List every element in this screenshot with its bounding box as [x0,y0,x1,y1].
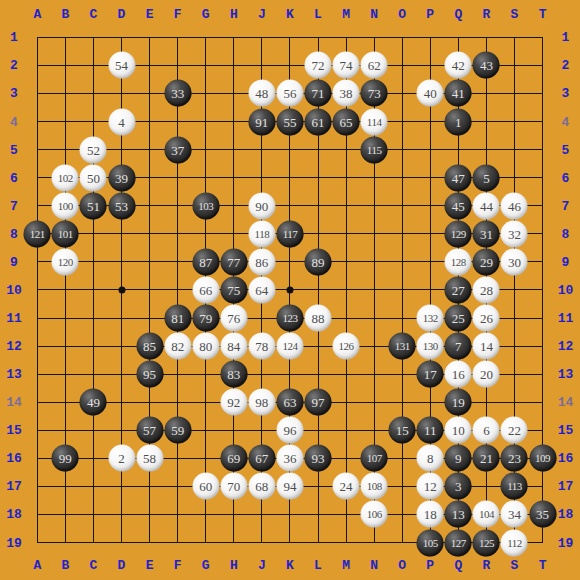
move-number: 73 [368,87,381,100]
stone-black-51-C7: 51 [80,192,107,219]
stone-white-46-S7: 46 [501,192,528,219]
bottom-column-label-F: F [174,559,182,572]
stone-black-67-J16: 67 [248,445,275,472]
stone-black-101-B8: 101 [52,220,79,247]
stone-white-70-H17: 70 [220,473,247,500]
left-row-label-8: 8 [10,227,18,240]
left-row-label-17: 17 [6,480,22,493]
right-row-label-15: 15 [558,424,574,437]
move-number: 59 [171,424,184,437]
move-number: 86 [255,255,268,268]
move-number: 4 [118,115,125,128]
bottom-column-label-H: H [230,559,238,572]
stone-black-17-P13: 17 [417,361,444,388]
star-point-K10 [286,286,293,293]
stone-white-114-N4: 114 [361,108,388,135]
left-row-label-10: 10 [6,283,22,296]
stone-black-83-H13: 83 [220,361,247,388]
top-column-label-B: B [61,7,69,20]
left-row-label-14: 14 [6,396,22,409]
left-row-label-2: 2 [10,59,18,72]
stone-white-6-R15: 6 [473,417,500,444]
move-number: 130 [423,341,438,352]
right-row-label-8: 8 [562,227,570,240]
move-number: 98 [255,396,268,409]
move-number: 101 [58,228,73,239]
move-number: 129 [451,228,466,239]
right-row-label-11: 11 [558,312,574,325]
move-number: 41 [452,87,465,100]
stone-black-21-R16: 21 [473,445,500,472]
move-number: 109 [535,453,550,464]
move-number: 36 [283,452,296,465]
move-number: 105 [423,537,438,548]
stone-white-102-B6: 102 [52,164,79,191]
move-number: 40 [424,87,437,100]
stone-black-11-P15: 11 [417,417,444,444]
stone-black-91-J4: 91 [248,108,275,135]
move-number: 90 [255,199,268,212]
stone-white-130-P12: 130 [417,333,444,360]
stone-black-37-F5: 37 [164,136,191,163]
move-number: 83 [227,368,240,381]
stone-white-92-H14: 92 [220,389,247,416]
move-number: 106 [367,509,382,520]
bottom-column-label-T: T [539,559,547,572]
right-row-label-16: 16 [558,452,574,465]
bottom-column-label-G: G [202,559,210,572]
move-number: 99 [59,452,72,465]
move-number: 64 [255,283,268,296]
left-row-label-4: 4 [10,115,18,128]
left-row-label-12: 12 [6,340,22,353]
move-number: 88 [312,312,325,325]
stone-white-100-B7: 100 [52,192,79,219]
stone-white-76-H11: 76 [220,305,247,332]
stone-white-96-K15: 96 [276,417,303,444]
stone-white-132-P11: 132 [417,305,444,332]
stone-black-5-R6: 5 [473,164,500,191]
left-row-label-5: 5 [10,143,18,156]
stone-white-38-M3: 38 [333,80,360,107]
stone-white-26-R11: 26 [473,305,500,332]
move-number: 29 [480,255,493,268]
move-number: 76 [227,312,240,325]
move-number: 127 [451,537,466,548]
move-number: 26 [480,312,493,325]
move-number: 74 [340,59,353,72]
move-number: 107 [367,453,382,464]
move-number: 14 [480,340,493,353]
move-number: 70 [227,480,240,493]
stone-black-75-H10: 75 [220,276,247,303]
move-number: 44 [480,199,493,212]
stone-white-42-Q2: 42 [445,52,472,79]
left-row-label-11: 11 [6,312,22,325]
bottom-column-label-K: K [286,559,294,572]
move-number: 1 [455,115,462,128]
stone-black-103-G7: 103 [192,192,219,219]
right-row-label-9: 9 [562,255,570,268]
right-row-label-19: 19 [558,536,574,549]
stone-black-123-K11: 123 [276,305,303,332]
move-number: 132 [423,313,438,324]
stone-black-131-O12: 131 [389,333,416,360]
stone-black-31-R8: 31 [473,220,500,247]
right-row-label-6: 6 [562,171,570,184]
stone-white-14-R12: 14 [473,333,500,360]
move-number: 30 [508,255,521,268]
move-number: 17 [424,368,437,381]
stone-black-77-H9: 77 [220,248,247,275]
stone-white-84-H12: 84 [220,333,247,360]
move-number: 33 [171,87,184,100]
move-number: 25 [452,312,465,325]
move-number: 21 [480,452,493,465]
move-number: 2 [118,452,125,465]
move-number: 49 [87,396,100,409]
stone-black-95-E13: 95 [136,361,163,388]
stone-white-18-P18: 18 [417,501,444,528]
right-row-label-13: 13 [558,368,574,381]
right-row-label-18: 18 [558,508,574,521]
move-number: 69 [227,452,240,465]
move-number: 87 [199,255,212,268]
star-point-D10 [118,286,125,293]
stone-black-89-L9: 89 [305,248,332,275]
move-number: 60 [199,480,212,493]
move-number: 113 [507,481,522,492]
stone-white-4-D4: 4 [108,108,135,135]
move-number: 5 [483,171,490,184]
move-number: 23 [508,452,521,465]
move-number: 124 [282,341,297,352]
right-row-label-4: 4 [562,115,570,128]
right-row-label-3: 3 [562,87,570,100]
stone-white-80-G12: 80 [192,333,219,360]
move-number: 108 [367,481,382,492]
move-number: 125 [479,537,494,548]
left-row-label-16: 16 [6,452,22,465]
stone-white-58-E16: 58 [136,445,163,472]
stone-black-1-Q4: 1 [445,108,472,135]
stone-white-74-M2: 74 [333,52,360,79]
stone-white-68-J17: 68 [248,473,275,500]
stone-black-113-S17: 113 [501,473,528,500]
move-number: 54 [115,59,128,72]
move-number: 16 [452,368,465,381]
stone-black-19-Q14: 19 [445,389,472,416]
stone-black-69-H16: 69 [220,445,247,472]
move-number: 20 [480,368,493,381]
move-number: 9 [455,452,462,465]
stone-white-104-R18: 104 [473,501,500,528]
move-number: 112 [507,537,522,548]
move-number: 22 [508,424,521,437]
stone-black-15-O15: 15 [389,417,416,444]
stone-white-12-P17: 12 [417,473,444,500]
move-number: 114 [367,116,382,127]
move-number: 39 [115,171,128,184]
left-row-label-15: 15 [6,424,22,437]
move-number: 75 [227,283,240,296]
move-number: 3 [455,480,462,493]
move-number: 79 [199,312,212,325]
move-number: 7 [455,340,462,353]
stone-white-28-R10: 28 [473,276,500,303]
move-number: 126 [339,341,354,352]
move-number: 51 [87,199,100,212]
move-number: 80 [199,340,212,353]
left-row-label-13: 13 [6,368,22,381]
stone-black-87-G9: 87 [192,248,219,275]
bottom-column-label-L: L [314,559,322,572]
top-column-label-A: A [33,7,41,20]
move-number: 34 [508,508,521,521]
bottom-column-label-C: C [90,559,98,572]
bottom-column-label-P: P [426,559,434,572]
stone-white-60-G17: 60 [192,473,219,500]
right-row-label-10: 10 [558,283,574,296]
grid-line-vertical [402,37,403,542]
move-number: 91 [255,115,268,128]
bottom-column-label-O: O [398,559,406,572]
move-number: 123 [282,313,297,324]
move-number: 115 [367,144,382,155]
move-number: 89 [312,255,325,268]
stone-black-71-L3: 71 [305,80,332,107]
move-number: 32 [508,227,521,240]
stone-white-16-Q13: 16 [445,361,472,388]
stone-white-36-K16: 36 [276,445,303,472]
stone-black-59-F15: 59 [164,417,191,444]
top-column-label-K: K [286,7,294,20]
stone-black-85-E12: 85 [136,333,163,360]
stone-white-48-J3: 48 [248,80,275,107]
stone-white-10-Q15: 10 [445,417,472,444]
stone-black-65-M4: 65 [333,108,360,135]
move-number: 8 [427,452,434,465]
move-number: 128 [451,256,466,267]
move-number: 43 [480,59,493,72]
move-number: 117 [283,228,298,239]
stone-white-62-N2: 62 [361,52,388,79]
stone-white-72-L2: 72 [305,52,332,79]
move-number: 42 [452,59,465,72]
right-row-label-7: 7 [562,199,570,212]
stone-white-44-R7: 44 [473,192,500,219]
stone-white-118-J8: 118 [248,220,275,247]
move-number: 52 [87,143,100,156]
bottom-column-label-R: R [483,559,491,572]
move-number: 97 [312,396,325,409]
stone-white-64-J10: 64 [248,276,275,303]
move-number: 71 [312,87,325,100]
stone-white-66-G10: 66 [192,276,219,303]
move-number: 10 [452,424,465,437]
stone-black-7-Q12: 7 [445,333,472,360]
move-number: 56 [283,87,296,100]
stone-black-129-Q8: 129 [445,220,472,247]
move-number: 95 [143,368,156,381]
move-number: 72 [312,59,325,72]
move-number: 58 [143,452,156,465]
move-number: 24 [340,480,353,493]
move-number: 55 [283,115,296,128]
move-number: 13 [452,508,465,521]
stone-black-79-G11: 79 [192,305,219,332]
stone-black-41-Q3: 41 [445,80,472,107]
move-number: 35 [536,508,549,521]
stone-white-50-C6: 50 [80,164,107,191]
stone-black-61-L4: 61 [305,108,332,135]
stone-white-30-S9: 30 [501,248,528,275]
stone-black-35-T18: 35 [529,501,556,528]
bottom-column-label-S: S [511,559,519,572]
stone-white-82-F12: 82 [164,333,191,360]
stone-white-106-N18: 106 [361,501,388,528]
move-number: 131 [395,341,410,352]
move-number: 61 [312,115,325,128]
stone-white-52-C5: 52 [80,136,107,163]
stone-black-53-D7: 53 [108,192,135,219]
stone-black-107-N16: 107 [361,445,388,472]
stone-white-20-R13: 20 [473,361,500,388]
stone-white-2-D16: 2 [108,445,135,472]
stone-black-29-R9: 29 [473,248,500,275]
stone-white-34-S18: 34 [501,501,528,528]
move-number: 27 [452,283,465,296]
move-number: 19 [452,396,465,409]
top-column-label-R: R [483,7,491,20]
top-column-label-P: P [426,7,434,20]
top-column-label-F: F [174,7,182,20]
stone-black-99-B16: 99 [52,445,79,472]
move-number: 62 [368,59,381,72]
move-number: 46 [508,199,521,212]
bottom-column-label-B: B [61,559,69,572]
stone-black-81-F11: 81 [164,305,191,332]
stone-black-125-R19: 125 [473,529,500,556]
move-number: 31 [480,227,493,240]
move-number: 65 [340,115,353,128]
right-row-label-1: 1 [562,31,570,44]
move-number: 45 [452,199,465,212]
bottom-column-label-J: J [258,559,266,572]
right-row-label-12: 12 [558,340,574,353]
move-number: 28 [480,283,493,296]
stone-white-8-P16: 8 [417,445,444,472]
move-number: 68 [255,480,268,493]
stone-white-32-S8: 32 [501,220,528,247]
stone-black-109-T16: 109 [529,445,556,472]
left-row-label-6: 6 [10,171,18,184]
move-number: 57 [143,424,156,437]
stone-white-126-M12: 126 [333,333,360,360]
bottom-column-label-Q: Q [454,559,462,572]
right-row-label-17: 17 [558,480,574,493]
stone-black-13-Q18: 13 [445,501,472,528]
stone-black-9-Q16: 9 [445,445,472,472]
stone-white-54-D2: 54 [108,52,135,79]
stone-black-57-E15: 57 [136,417,163,444]
top-column-label-T: T [539,7,547,20]
top-column-label-L: L [314,7,322,20]
left-row-label-18: 18 [6,508,22,521]
move-number: 77 [227,255,240,268]
stone-black-105-P19: 105 [417,529,444,556]
top-column-label-E: E [146,7,154,20]
move-number: 12 [424,480,437,493]
stone-black-117-K8: 117 [276,220,303,247]
move-number: 66 [199,283,212,296]
stone-white-40-P3: 40 [417,80,444,107]
move-number: 47 [452,171,465,184]
move-number: 50 [87,171,100,184]
top-column-label-S: S [511,7,519,20]
stone-black-45-Q7: 45 [445,192,472,219]
stone-white-98-J14: 98 [248,389,275,416]
top-column-label-Q: Q [454,7,462,20]
move-number: 100 [58,200,73,211]
stone-white-90-J7: 90 [248,192,275,219]
move-number: 121 [30,228,45,239]
stone-black-93-L16: 93 [305,445,332,472]
right-row-label-5: 5 [562,143,570,156]
stone-white-94-K17: 94 [276,473,303,500]
top-column-label-O: O [398,7,406,20]
move-number: 38 [340,87,353,100]
left-row-label-9: 9 [10,255,18,268]
move-number: 96 [283,424,296,437]
stone-black-127-Q19: 127 [445,529,472,556]
top-column-label-C: C [90,7,98,20]
move-number: 18 [424,508,437,521]
stone-black-97-L14: 97 [305,389,332,416]
left-row-label-3: 3 [10,87,18,100]
right-row-label-2: 2 [562,59,570,72]
stone-white-124-K12: 124 [276,333,303,360]
stone-white-78-J12: 78 [248,333,275,360]
stone-black-49-C14: 49 [80,389,107,416]
bottom-column-label-M: M [342,559,350,572]
stone-black-33-F3: 33 [164,80,191,107]
stone-white-22-S15: 22 [501,417,528,444]
move-number: 104 [479,509,494,520]
left-row-label-19: 19 [6,536,22,549]
move-number: 53 [115,199,128,212]
stone-white-24-M17: 24 [333,473,360,500]
bottom-column-label-E: E [146,559,154,572]
stone-white-86-J9: 86 [248,248,275,275]
stone-white-120-B9: 120 [52,248,79,275]
move-number: 11 [424,424,437,437]
stone-black-3-Q17: 3 [445,473,472,500]
stone-black-47-Q6: 47 [445,164,472,191]
stone-white-88-L11: 88 [305,305,332,332]
move-number: 67 [255,452,268,465]
stone-black-27-Q10: 27 [445,276,472,303]
move-number: 92 [227,396,240,409]
bottom-column-label-A: A [33,559,41,572]
move-number: 84 [227,340,240,353]
top-column-label-N: N [370,7,378,20]
go-board[interactable]: AABBCCDDEEFFGGHHJJKKLLMMNNOOPPQQRRSSTT11… [0,0,580,580]
move-number: 102 [58,172,73,183]
move-number: 118 [255,228,270,239]
bottom-column-label-N: N [370,559,378,572]
top-column-label-H: H [230,7,238,20]
